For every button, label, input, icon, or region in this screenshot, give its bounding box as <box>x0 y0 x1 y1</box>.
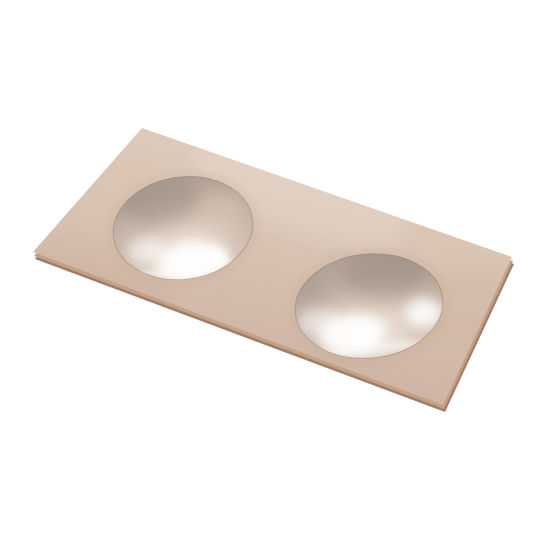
metal-plate-illustration <box>0 0 550 550</box>
product-photo <box>0 0 550 550</box>
left-dome-sheen-warm <box>198 194 250 226</box>
